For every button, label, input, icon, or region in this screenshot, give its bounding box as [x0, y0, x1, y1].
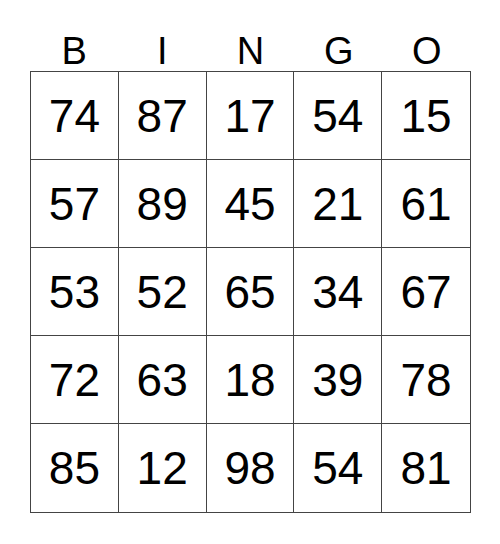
bingo-cell-r5c1[interactable]: 85 — [31, 424, 119, 512]
bingo-cell-r4c4[interactable]: 39 — [294, 336, 382, 424]
bingo-card: B I N G O 74 87 17 54 15 57 89 45 21 61 … — [0, 0, 500, 544]
bingo-cell-r4c3[interactable]: 18 — [207, 336, 295, 424]
header-letter-o: O — [383, 0, 471, 70]
bingo-cell-r2c3[interactable]: 45 — [207, 160, 295, 248]
bingo-cell-r3c2[interactable]: 52 — [119, 248, 207, 336]
bingo-cell-r5c3[interactable]: 98 — [207, 424, 295, 512]
header-letter-g: G — [295, 0, 383, 70]
bingo-cell-r5c4[interactable]: 54 — [294, 424, 382, 512]
bingo-cell-r5c2[interactable]: 12 — [119, 424, 207, 512]
bingo-cell-r1c3[interactable]: 17 — [207, 72, 295, 160]
bingo-cell-r2c5[interactable]: 61 — [382, 160, 470, 248]
bingo-grid: 74 87 17 54 15 57 89 45 21 61 53 52 65 3… — [30, 71, 471, 513]
bingo-cell-r2c2[interactable]: 89 — [119, 160, 207, 248]
bingo-cell-r4c2[interactable]: 63 — [119, 336, 207, 424]
bingo-cell-r1c5[interactable]: 15 — [382, 72, 470, 160]
header-letter-b: B — [30, 0, 118, 70]
bingo-cell-r1c4[interactable]: 54 — [294, 72, 382, 160]
bingo-cell-r3c3[interactable]: 65 — [207, 248, 295, 336]
bingo-cell-r4c1[interactable]: 72 — [31, 336, 119, 424]
bingo-cell-r3c5[interactable]: 67 — [382, 248, 470, 336]
bingo-cell-r2c4[interactable]: 21 — [294, 160, 382, 248]
bingo-cell-r1c2[interactable]: 87 — [119, 72, 207, 160]
bingo-cell-r3c4[interactable]: 34 — [294, 248, 382, 336]
bingo-header: B I N G O — [30, 0, 471, 70]
bingo-cell-r4c5[interactable]: 78 — [382, 336, 470, 424]
bingo-cell-r5c5[interactable]: 81 — [382, 424, 470, 512]
bingo-cell-r2c1[interactable]: 57 — [31, 160, 119, 248]
header-letter-n: N — [206, 0, 294, 70]
bingo-cell-r3c1[interactable]: 53 — [31, 248, 119, 336]
header-letter-i: I — [118, 0, 206, 70]
bingo-cell-r1c1[interactable]: 74 — [31, 72, 119, 160]
